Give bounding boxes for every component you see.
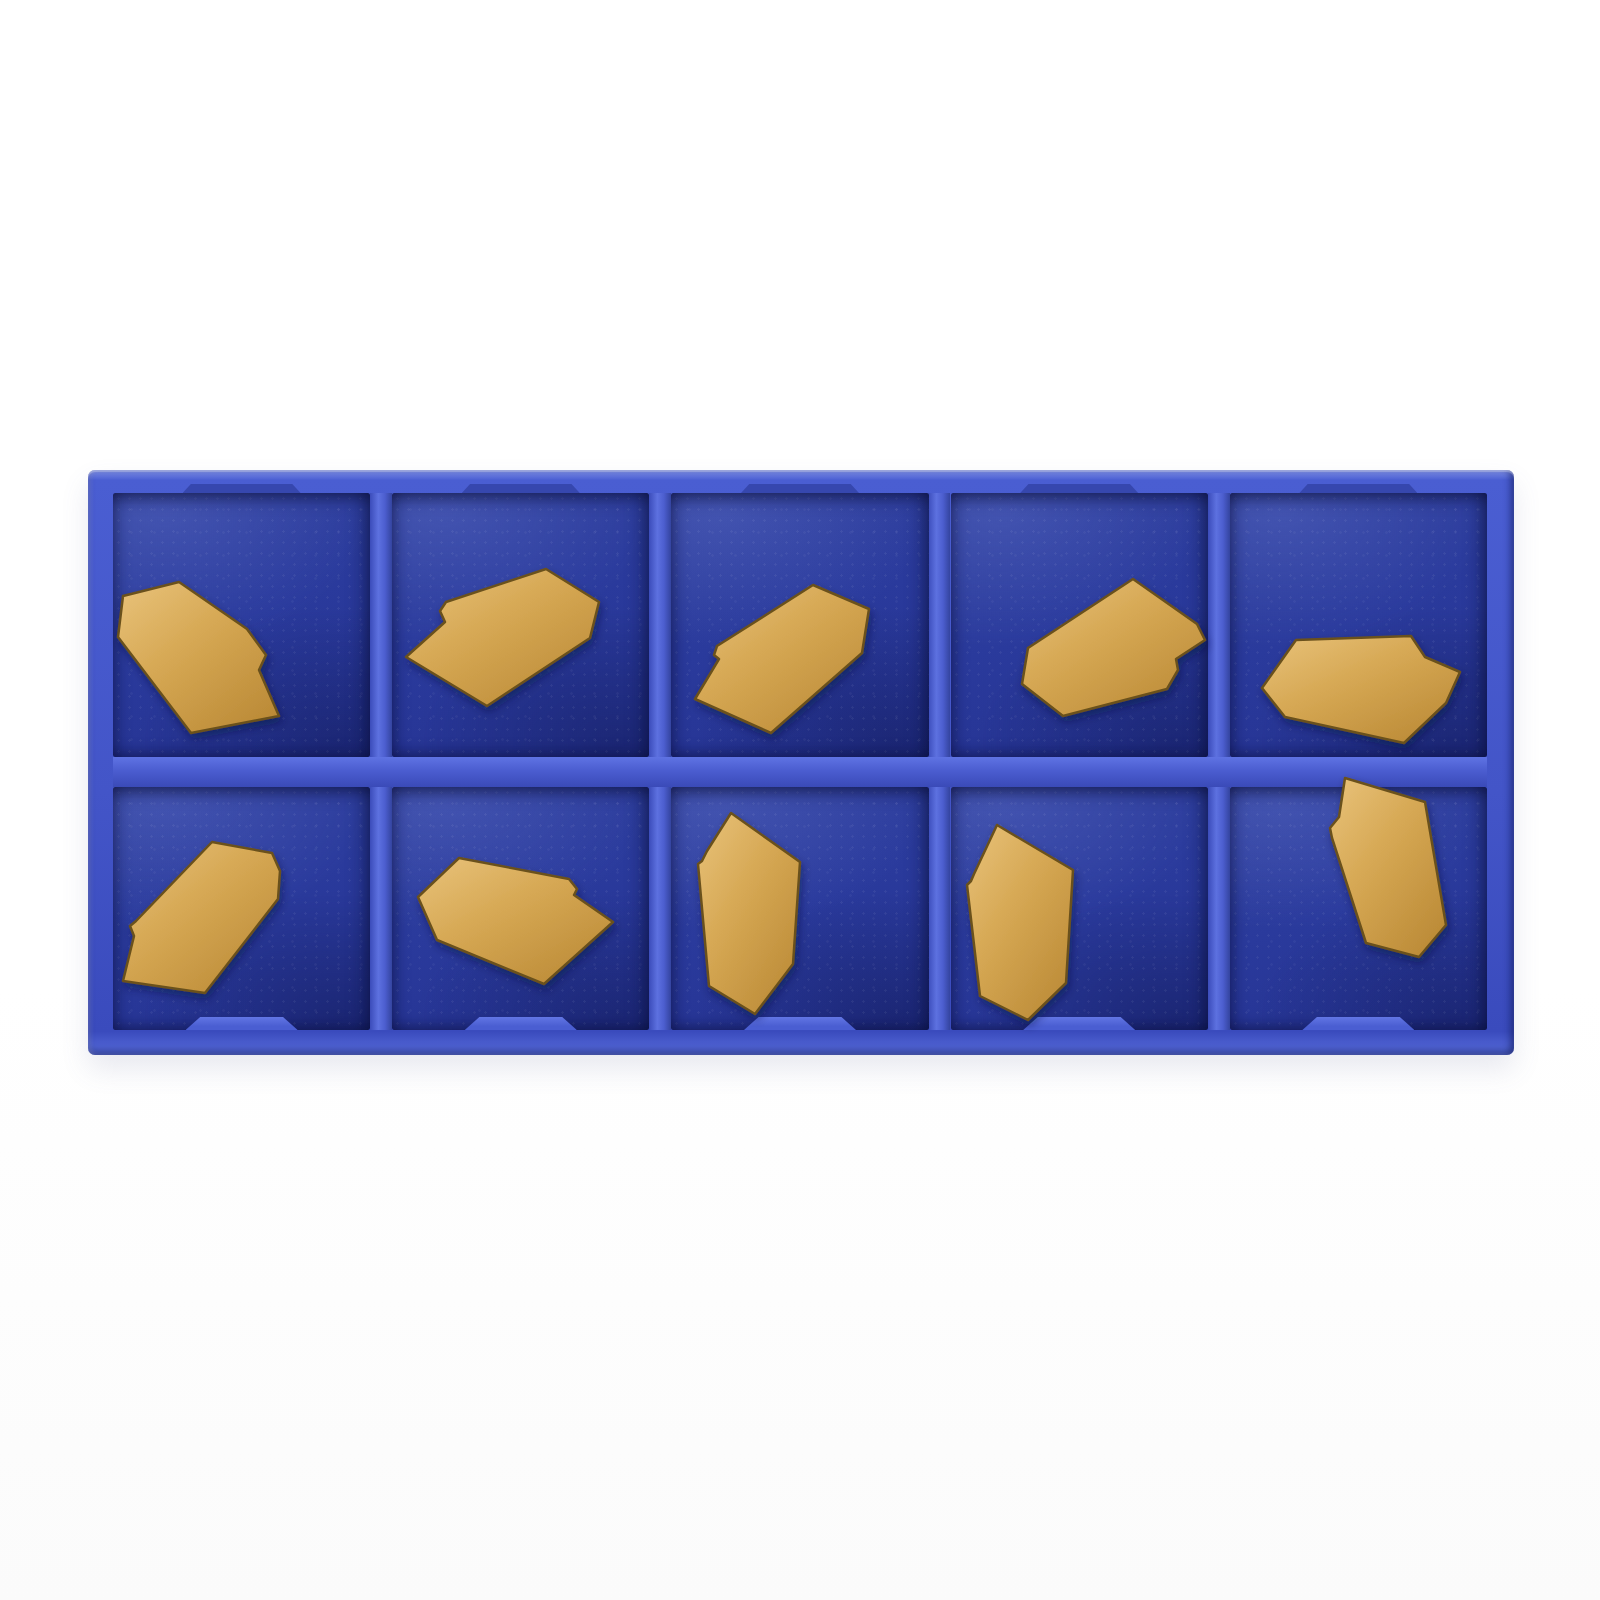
compartment-r2-c2: [392, 787, 649, 1030]
compartment-grid: [113, 493, 1487, 1030]
compartment-r2-c1: [113, 787, 370, 1030]
compartment-r1-c2: [392, 493, 649, 757]
compartment-r2-c3: [671, 787, 928, 1030]
insert-box: [88, 470, 1514, 1055]
compartment-r1-c1: [113, 493, 370, 757]
product-photo: [0, 0, 1600, 1600]
compartment-r2-c5: [1230, 787, 1487, 1030]
compartment-r1-c5: [1230, 493, 1487, 757]
compartment-r2-c4: [951, 787, 1208, 1030]
compartment-r1-c3: [671, 493, 928, 757]
compartment-r1-c4: [951, 493, 1208, 757]
